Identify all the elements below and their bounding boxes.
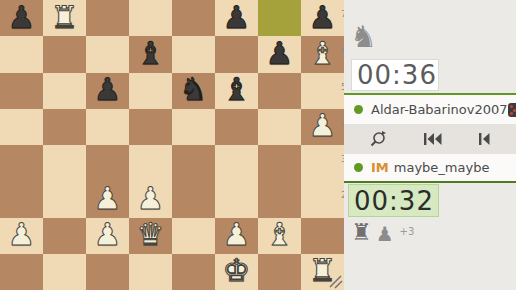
player-name[interactable]: Aldar-Babarinov2007: [371, 102, 508, 117]
square-g2[interactable]: ♝: [258, 218, 301, 254]
square-c3[interactable]: ♟: [86, 181, 129, 217]
square-h3[interactable]: [301, 181, 344, 217]
square-f6[interactable]: [215, 36, 258, 72]
square-d3[interactable]: [129, 145, 172, 181]
white-pawn: ♟: [309, 110, 337, 141]
black-pawn: ♟: [94, 74, 122, 105]
dice-icon: [508, 103, 516, 117]
white-bishop: ♝: [309, 38, 337, 69]
square-f3[interactable]: [215, 145, 258, 181]
black-pawn: ♟: [8, 2, 36, 33]
square-h3[interactable]: [301, 145, 344, 181]
square-c1[interactable]: [86, 254, 129, 290]
square-d3[interactable]: ♟: [129, 181, 172, 217]
square-c2[interactable]: ♟: [86, 218, 129, 254]
square-g5[interactable]: [258, 73, 301, 109]
white-queen: ♛: [137, 219, 165, 250]
square-b4[interactable]: [43, 109, 86, 145]
square-d7[interactable]: [129, 0, 172, 36]
step-back-icon[interactable]: [478, 132, 491, 146]
square-c4[interactable]: [86, 109, 129, 145]
online-dot: [354, 163, 363, 172]
white-pawn: ♟: [94, 183, 122, 214]
captured-pawn-icon: ♟: [376, 224, 394, 244]
square-a5[interactable]: [0, 73, 43, 109]
square-e4[interactable]: [172, 109, 215, 145]
knight-icon: ♞: [350, 22, 377, 52]
square-e7[interactable]: [172, 0, 215, 36]
player-title-badge: IM: [371, 160, 389, 175]
green-divider-bottom: [344, 181, 516, 183]
board-resize-handle[interactable]: [329, 274, 343, 290]
player-row-top[interactable]: Aldar-Babarinov2007: [344, 95, 516, 124]
square-c7[interactable]: [86, 0, 129, 36]
white-pawn: ♟: [94, 219, 122, 250]
online-dot: [354, 105, 363, 114]
captured-pieces: ♜ ♟ +3: [351, 221, 414, 244]
square-c5[interactable]: ♟: [86, 73, 129, 109]
square-f7[interactable]: ♟: [215, 0, 258, 36]
captured-rook-icon: ♜: [351, 221, 372, 244]
black-pawn: ♟: [309, 2, 337, 33]
black-knight: ♞: [180, 74, 208, 105]
black-bishop: ♝: [137, 38, 165, 69]
skip-to-start-icon[interactable]: [423, 132, 443, 146]
square-f4[interactable]: [215, 109, 258, 145]
square-b2[interactable]: [43, 218, 86, 254]
square-a6[interactable]: [0, 36, 43, 72]
square-e5[interactable]: ♞: [172, 73, 215, 109]
square-h4[interactable]: ♟: [301, 109, 344, 145]
white-pawn: ♟: [223, 219, 251, 250]
sidebar: ♞ 00:36 Aldar-Babarinov2007: [344, 0, 516, 290]
material-advantage: +3: [400, 226, 415, 237]
square-a4[interactable]: [0, 109, 43, 145]
square-g3[interactable]: [258, 145, 301, 181]
white-king: ♚: [223, 255, 251, 286]
square-b1[interactable]: [43, 254, 86, 290]
square-b6[interactable]: [43, 36, 86, 72]
square-h2[interactable]: [301, 218, 344, 254]
square-h6[interactable]: ♝: [301, 36, 344, 72]
square-g6[interactable]: ♟: [258, 36, 301, 72]
square-b3[interactable]: [43, 145, 86, 181]
square-b3[interactable]: [43, 181, 86, 217]
white-bishop: ♝: [266, 219, 294, 250]
square-g4[interactable]: [258, 109, 301, 145]
player-row-bottom[interactable]: IM maybe_maybe: [344, 154, 516, 181]
square-a7[interactable]: ♟: [0, 0, 43, 36]
square-b7[interactable]: ♜: [43, 0, 86, 36]
square-f2[interactable]: ♟: [215, 218, 258, 254]
square-d2[interactable]: ♛: [129, 218, 172, 254]
bottom-clock-active: 00:32: [348, 184, 439, 217]
square-a3[interactable]: [0, 181, 43, 217]
square-f3[interactable]: [215, 181, 258, 217]
top-clock: 00:36: [351, 59, 439, 91]
square-e1[interactable]: [172, 254, 215, 290]
white-pawn: ♟: [8, 219, 36, 250]
square-f5[interactable]: ♝: [215, 73, 258, 109]
square-a1[interactable]: [0, 254, 43, 290]
square-e3[interactable]: [172, 145, 215, 181]
square-d1[interactable]: [129, 254, 172, 290]
square-h5[interactable]: [301, 73, 344, 109]
controls-bar: [344, 124, 516, 154]
square-e3[interactable]: [172, 181, 215, 217]
players-panel: Aldar-Babarinov2007: [344, 95, 516, 181]
square-h7[interactable]: ♟: [301, 0, 344, 36]
square-b5[interactable]: [43, 73, 86, 109]
square-g1[interactable]: [258, 254, 301, 290]
black-pawn: ♟: [266, 38, 294, 69]
white-rook: ♜: [51, 2, 79, 33]
square-f1[interactable]: ♚: [215, 254, 258, 290]
square-g3[interactable]: [258, 181, 301, 217]
black-bishop: ♝: [223, 74, 251, 105]
white-pawn: ♟: [137, 183, 165, 214]
square-g7[interactable]: [258, 0, 301, 36]
chess-board[interactable]: ♟♜♟♟♝♟♝♟♞♝♟♟♟♟♟♛♟♝♚♜: [0, 0, 344, 290]
square-e6[interactable]: [172, 36, 215, 72]
black-pawn: ♟: [223, 2, 251, 33]
square-d5[interactable]: [129, 73, 172, 109]
square-a3[interactable]: [0, 145, 43, 181]
player-name[interactable]: maybe_maybe: [394, 160, 490, 175]
square-d6[interactable]: ♝: [129, 36, 172, 72]
square-a2[interactable]: ♟: [0, 218, 43, 254]
analysis-icon[interactable]: [369, 130, 388, 148]
app-window: ♟♜♟♟♝♟♝♟♞♝♟♟♟♟♟♛♟♝♚♜ 7654321 ♞ 00:36 Ald…: [0, 0, 516, 290]
square-c3[interactable]: [86, 145, 129, 181]
square-e2[interactable]: [172, 218, 215, 254]
square-d4[interactable]: [129, 109, 172, 145]
square-c6[interactable]: [86, 36, 129, 72]
